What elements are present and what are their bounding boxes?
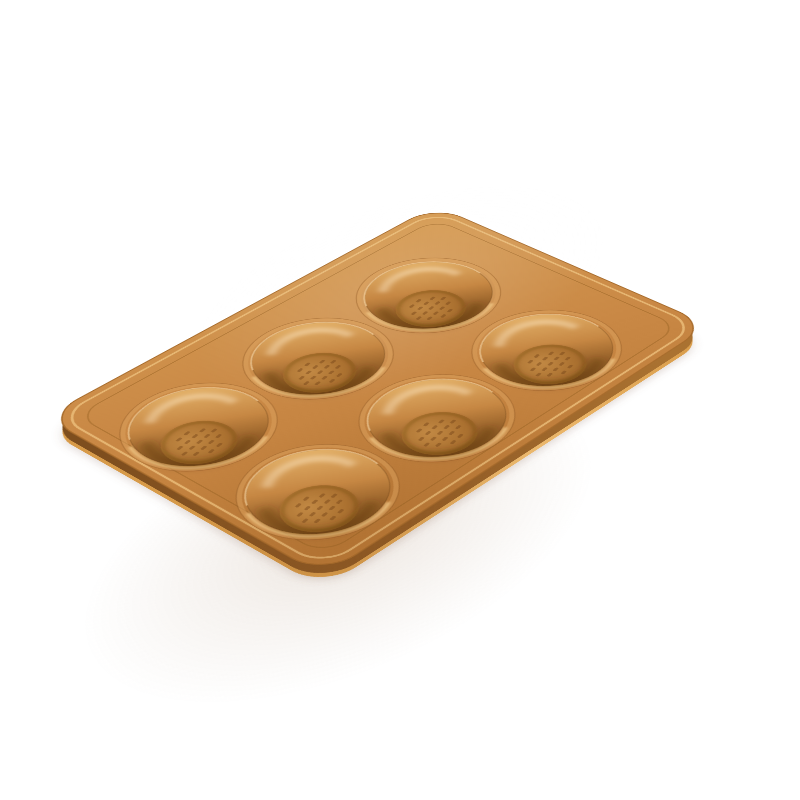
product-photo [0, 0, 800, 800]
